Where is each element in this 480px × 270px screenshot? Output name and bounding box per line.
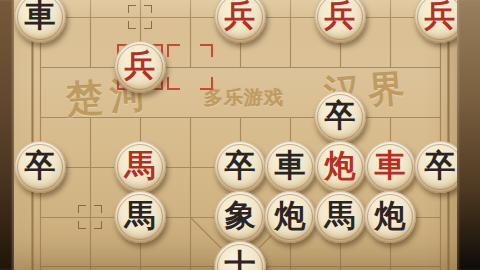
piece-glyph: 卒 xyxy=(414,141,457,193)
xiangqi-game-screen: 楚河 汉界 多乐游戏 車兵兵兵兵卒卒馬卒車炮車卒馬象炮馬炮士 xyxy=(0,0,480,270)
piece-glyph: 馬 xyxy=(114,141,166,193)
piece-black-chariot[interactable]: 車 xyxy=(264,141,316,193)
piece-black-soldier[interactable]: 卒 xyxy=(414,141,457,193)
piece-glyph: 炮 xyxy=(314,141,366,193)
piece-black-cannon[interactable]: 炮 xyxy=(264,191,316,243)
piece-glyph: 兵 xyxy=(214,0,266,43)
piece-black-horse[interactable]: 馬 xyxy=(114,191,166,243)
piece-glyph: 車 xyxy=(14,0,66,43)
piece-black-soldier[interactable]: 卒 xyxy=(314,91,366,143)
piece-red-horse[interactable]: 馬 xyxy=(114,141,166,193)
corner-bl xyxy=(78,221,86,229)
corner-br xyxy=(200,77,213,90)
piece-red-cannon[interactable]: 炮 xyxy=(314,141,366,193)
corner-bl xyxy=(167,77,180,90)
piece-black-soldier[interactable]: 卒 xyxy=(214,141,266,193)
piece-glyph: 兵 xyxy=(314,0,366,43)
piece-black-elephant[interactable]: 象 xyxy=(214,191,266,243)
table-edge-left xyxy=(0,0,14,270)
piece-glyph: 馬 xyxy=(114,191,166,243)
piece-red-soldier[interactable]: 兵 xyxy=(314,0,366,43)
piece-glyph: 士 xyxy=(214,241,266,270)
piece-glyph: 兵 xyxy=(414,0,457,43)
point-marker xyxy=(78,205,102,229)
corner-bl xyxy=(128,21,136,29)
piece-red-soldier[interactable]: 兵 xyxy=(114,41,166,93)
table-edge-right xyxy=(457,0,480,270)
piece-grid: 車兵兵兵兵卒卒馬卒車炮車卒馬象炮馬炮士 xyxy=(15,0,457,270)
piece-glyph: 車 xyxy=(264,141,316,193)
piece-glyph: 卒 xyxy=(214,141,266,193)
corner-tl xyxy=(128,5,136,13)
piece-glyph: 兵 xyxy=(114,41,166,93)
piece-black-cannon[interactable]: 炮 xyxy=(364,191,416,243)
piece-glyph: 炮 xyxy=(364,191,416,243)
piece-red-soldier[interactable]: 兵 xyxy=(214,0,266,43)
corner-br xyxy=(94,221,102,229)
corner-tl xyxy=(78,205,86,213)
corner-tl xyxy=(167,44,180,57)
piece-glyph: 象 xyxy=(214,191,266,243)
piece-glyph: 馬 xyxy=(314,191,366,243)
piece-glyph: 卒 xyxy=(14,141,66,193)
piece-red-soldier[interactable]: 兵 xyxy=(414,0,457,43)
piece-black-advisor[interactable]: 士 xyxy=(214,241,266,270)
piece-glyph: 車 xyxy=(364,141,416,193)
point-marker xyxy=(128,5,152,29)
piece-black-chariot[interactable]: 車 xyxy=(14,0,66,43)
xiangqi-board[interactable]: 楚河 汉界 多乐游戏 車兵兵兵兵卒卒馬卒車炮車卒馬象炮馬炮士 xyxy=(14,0,457,270)
corner-tr xyxy=(144,5,152,13)
piece-glyph: 炮 xyxy=(264,191,316,243)
piece-black-horse[interactable]: 馬 xyxy=(314,191,366,243)
piece-red-chariot[interactable]: 車 xyxy=(364,141,416,193)
piece-glyph: 卒 xyxy=(314,91,366,143)
corner-tr xyxy=(200,44,213,57)
piece-black-soldier[interactable]: 卒 xyxy=(14,141,66,193)
last-move-from-marker xyxy=(167,44,213,90)
corner-tr xyxy=(94,205,102,213)
corner-br xyxy=(144,21,152,29)
